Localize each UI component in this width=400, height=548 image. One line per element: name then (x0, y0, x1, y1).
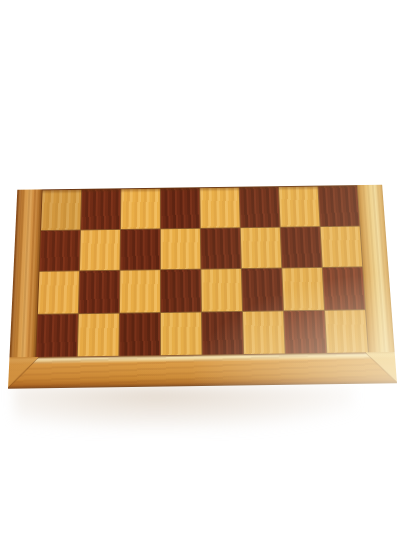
square-r1c8 (318, 186, 359, 226)
square-r1c1 (41, 190, 81, 230)
square-r3c6 (242, 268, 283, 310)
square-r4c4 (161, 312, 202, 355)
square-r3c7 (282, 268, 324, 310)
square-r4c6 (243, 311, 285, 354)
checkerboard (36, 185, 368, 357)
chessboard-box (8, 185, 397, 389)
square-r4c3 (119, 313, 160, 356)
square-r1c4 (161, 188, 200, 228)
board-top-face (36, 185, 368, 357)
square-r1c6 (240, 187, 280, 227)
square-r2c7 (281, 227, 322, 268)
square-r2c5 (201, 228, 241, 269)
square-r1c3 (121, 189, 160, 229)
square-r2c2 (80, 229, 120, 270)
product-photo (0, 0, 400, 548)
square-r4c7 (284, 310, 326, 353)
square-r3c2 (79, 271, 120, 313)
square-r2c8 (321, 226, 363, 267)
square-r3c1 (38, 271, 79, 313)
square-r1c5 (200, 188, 240, 228)
board-shadow (14, 386, 354, 430)
square-r2c3 (120, 229, 159, 270)
square-r1c7 (279, 186, 320, 226)
miter-seam-left (8, 357, 39, 388)
square-r4c1 (36, 314, 78, 357)
square-r2c4 (161, 228, 201, 269)
square-r3c3 (120, 270, 160, 312)
square-r4c8 (325, 310, 368, 353)
miter-seam-right (365, 352, 397, 383)
board-frame-front (8, 352, 397, 389)
square-r3c4 (161, 270, 201, 312)
square-r3c8 (323, 267, 365, 309)
square-r4c2 (78, 313, 119, 356)
square-r4c5 (202, 311, 243, 354)
square-r2c6 (241, 227, 282, 268)
square-r1c2 (81, 189, 120, 229)
square-r3c5 (201, 269, 242, 311)
square-r2c1 (40, 230, 81, 271)
